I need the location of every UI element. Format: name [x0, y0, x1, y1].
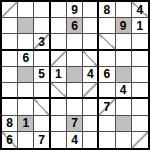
cell-r7c7[interactable]: 7: [99, 99, 115, 115]
cell-r3c4[interactable]: [51, 34, 67, 50]
cell-r3c6[interactable]: [83, 34, 99, 50]
cell-r5c6[interactable]: 4: [83, 67, 99, 83]
cell-r7c5[interactable]: [67, 99, 83, 115]
cell-r4c3[interactable]: [34, 51, 50, 67]
cell-r3c7[interactable]: [99, 34, 115, 50]
cell-r3c5[interactable]: [67, 34, 83, 50]
cell-r1c2[interactable]: [18, 2, 34, 18]
cell-r7c4[interactable]: [51, 99, 67, 115]
cell-r5c9[interactable]: [132, 67, 148, 83]
cell-r7c1[interactable]: [2, 99, 18, 115]
cell-r3c2[interactable]: [18, 34, 34, 50]
cell-r5c7[interactable]: 6: [99, 67, 115, 83]
cell-r7c9[interactable]: [132, 99, 148, 115]
cell-r1c1[interactable]: [2, 2, 18, 18]
cell-r3c1[interactable]: [2, 34, 18, 50]
cell-r7c6[interactable]: [83, 99, 99, 115]
cell-r3c8[interactable]: [116, 34, 132, 50]
cell-r9c5[interactable]: 4: [67, 132, 83, 148]
cell-r1c7[interactable]: 8: [99, 2, 115, 18]
cell-r4c4[interactable]: [51, 51, 67, 67]
cell-r9c9[interactable]: [132, 132, 148, 148]
cell-r9c4[interactable]: [51, 132, 67, 148]
cell-r8c9[interactable]: [132, 116, 148, 132]
cell-r4c1[interactable]: [2, 51, 18, 67]
cell-r6c5[interactable]: [67, 83, 83, 99]
cell-r6c8[interactable]: 4: [116, 83, 132, 99]
cell-r5c4[interactable]: 1: [51, 67, 67, 83]
cell-r4c9[interactable]: [132, 51, 148, 67]
cell-r1c5[interactable]: 9: [67, 2, 83, 18]
cell-r9c1[interactable]: 6: [2, 132, 18, 148]
cell-r8c3[interactable]: [34, 116, 50, 132]
cell-r9c6[interactable]: [83, 132, 99, 148]
cell-r2c5[interactable]: 6: [67, 18, 83, 34]
cell-r2c3[interactable]: [34, 18, 50, 34]
cell-r1c8[interactable]: [116, 2, 132, 18]
cell-r2c8[interactable]: 9: [116, 18, 132, 34]
cell-r6c1[interactable]: [2, 83, 18, 99]
cell-r8c2[interactable]: 1: [18, 116, 34, 132]
cell-r3c9[interactable]: [132, 34, 148, 50]
cell-r7c2[interactable]: [18, 99, 34, 115]
cell-r6c3[interactable]: [34, 83, 50, 99]
cell-r8c1[interactable]: 8: [2, 116, 18, 132]
cell-r8c8[interactable]: [116, 116, 132, 132]
cell-r6c6[interactable]: [83, 83, 99, 99]
cell-r6c2[interactable]: [18, 83, 34, 99]
cell-r2c2[interactable]: [18, 18, 34, 34]
cell-r5c3[interactable]: 5: [34, 67, 50, 83]
cell-r4c8[interactable]: [116, 51, 132, 67]
cell-r1c4[interactable]: [51, 2, 67, 18]
cell-r2c7[interactable]: [99, 18, 115, 34]
cell-r1c3[interactable]: [34, 2, 50, 18]
cell-r1c6[interactable]: [83, 2, 99, 18]
cell-r2c9[interactable]: 1: [132, 18, 148, 34]
cell-r7c3[interactable]: [34, 99, 50, 115]
cell-r2c6[interactable]: [83, 18, 99, 34]
cell-r2c4[interactable]: [51, 18, 67, 34]
cell-r8c6[interactable]: [83, 116, 99, 132]
cell-r4c6[interactable]: [83, 51, 99, 67]
cell-r9c7[interactable]: [99, 132, 115, 148]
cell-r5c1[interactable]: [2, 67, 18, 83]
cell-r8c5[interactable]: 7: [67, 116, 83, 132]
cell-r4c7[interactable]: [99, 51, 115, 67]
cell-r3c3[interactable]: 3: [34, 34, 50, 50]
cell-r7c8[interactable]: [116, 99, 132, 115]
cell-r9c8[interactable]: [116, 132, 132, 148]
cell-r5c8[interactable]: [116, 67, 132, 83]
cell-r1c9[interactable]: 4: [132, 2, 148, 18]
cell-r9c3[interactable]: 7: [34, 132, 50, 148]
cell-r4c5[interactable]: [67, 51, 83, 67]
cell-r9c2[interactable]: [18, 132, 34, 148]
cell-r2c1[interactable]: [2, 18, 18, 34]
cell-r5c2[interactable]: [18, 67, 34, 83]
cell-r4c2[interactable]: 6: [18, 51, 34, 67]
cell-r8c4[interactable]: [51, 116, 67, 132]
cell-r5c5[interactable]: [67, 67, 83, 83]
cell-r6c7[interactable]: [99, 83, 115, 99]
cell-r8c7[interactable]: [99, 116, 115, 132]
sudoku-board: 98469136514647817674: [0, 0, 150, 150]
cell-r6c9[interactable]: [132, 83, 148, 99]
cell-r6c4[interactable]: [51, 83, 67, 99]
